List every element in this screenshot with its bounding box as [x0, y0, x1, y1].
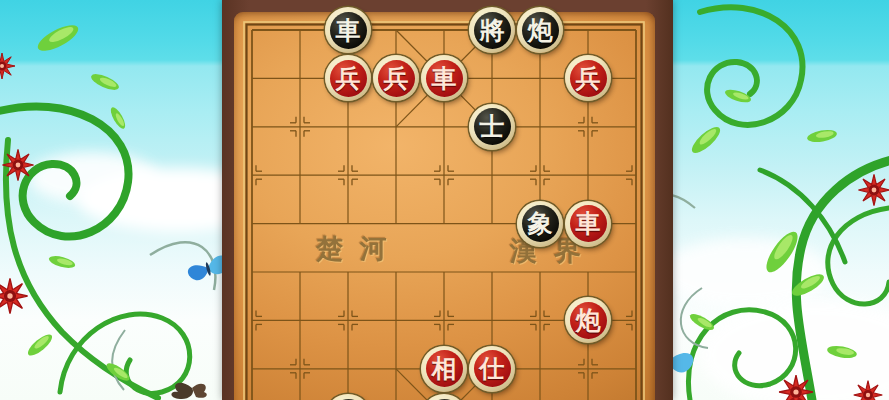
piece-face: 車 — [570, 205, 607, 242]
vine-swirls-left — [0, 20, 215, 398]
piece-black-advisor[interactable]: 士 — [469, 104, 515, 150]
piece-character: 兵 — [336, 66, 361, 91]
piece-face: 相 — [426, 350, 463, 387]
piece-character: 兵 — [576, 66, 601, 91]
piece-black-general[interactable]: 將 — [469, 7, 515, 53]
piece-red-elephant[interactable]: 相 — [421, 346, 467, 392]
piece-character: 相 — [432, 356, 457, 381]
piece-face: 炮 — [570, 302, 607, 339]
vine-swirls-right — [650, 7, 889, 400]
piece-black-elephant[interactable]: 象 — [517, 201, 563, 247]
piece-face: 兵 — [330, 60, 367, 97]
piece-character: 車 — [576, 211, 601, 236]
piece-face: 士 — [474, 108, 511, 145]
piece-face: 車 — [426, 60, 463, 97]
piece-character: 仕 — [480, 356, 505, 381]
dark-butterfly — [172, 383, 207, 399]
piece-character: 將 — [480, 18, 505, 43]
piece-character: 車 — [336, 18, 361, 43]
piece-black-chariot[interactable]: 車 — [325, 7, 371, 53]
piece-character: 士 — [480, 114, 505, 139]
river-label-chu-he: 楚河 — [316, 233, 404, 265]
piece-character: 兵 — [384, 66, 409, 91]
piece-character: 車 — [432, 66, 457, 91]
piece-face: 車 — [330, 12, 367, 49]
piece-red-chariot[interactable]: 車 — [565, 201, 611, 247]
piece-black-cannon[interactable]: 炮 — [517, 7, 563, 53]
piece-face: 將 — [474, 12, 511, 49]
piece-character: 炮 — [576, 308, 601, 333]
piece-face: 炮 — [522, 12, 559, 49]
xiangqi-board: 楚河 漢界 車將炮兵兵車兵士象車炮相仕 — [222, 0, 673, 400]
piece-face: 象 — [522, 205, 559, 242]
piece-red-advisor[interactable]: 仕 — [469, 346, 515, 392]
piece-character: 炮 — [528, 18, 553, 43]
piece-face: 兵 — [378, 60, 415, 97]
piece-face: 兵 — [570, 60, 607, 97]
piece-face: 仕 — [474, 350, 511, 387]
piece-character: 象 — [528, 211, 553, 236]
